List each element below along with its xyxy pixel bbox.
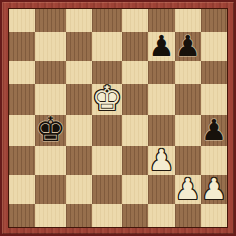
black-king-b4: ♚	[35, 112, 65, 146]
square-e4[interactable]	[122, 115, 148, 146]
square-c8[interactable]	[66, 9, 92, 32]
square-g6[interactable]	[175, 61, 201, 84]
square-d3[interactable]	[92, 146, 122, 175]
square-h5[interactable]	[201, 84, 227, 115]
square-h8[interactable]	[201, 9, 227, 32]
square-c1[interactable]	[66, 204, 92, 227]
square-e3[interactable]	[122, 146, 148, 175]
square-a3[interactable]	[9, 146, 35, 175]
square-e7[interactable]	[122, 32, 148, 61]
square-f7[interactable]: ♟	[148, 32, 174, 61]
square-b3[interactable]	[35, 146, 65, 175]
square-d5[interactable]: ♚	[92, 84, 122, 115]
square-e2[interactable]	[122, 175, 148, 204]
square-g1[interactable]	[175, 204, 201, 227]
square-d1[interactable]	[92, 204, 122, 227]
square-g2[interactable]: ♟	[175, 175, 201, 204]
square-b1[interactable]	[35, 204, 65, 227]
square-a4[interactable]	[9, 115, 35, 146]
square-a8[interactable]	[9, 9, 35, 32]
square-g5[interactable]	[175, 84, 201, 115]
square-b6[interactable]	[35, 61, 65, 84]
square-b7[interactable]	[35, 32, 65, 61]
square-a5[interactable]	[9, 84, 35, 115]
square-f8[interactable]	[148, 9, 174, 32]
square-c4[interactable]	[66, 115, 92, 146]
square-d8[interactable]	[92, 9, 122, 32]
chess-board: ♟♟♚♚♟♟♟♟	[8, 8, 228, 228]
square-f2[interactable]	[148, 175, 174, 204]
square-b2[interactable]	[35, 175, 65, 204]
square-h6[interactable]	[201, 61, 227, 84]
square-f6[interactable]	[148, 61, 174, 84]
square-d7[interactable]	[92, 32, 122, 61]
square-h7[interactable]	[201, 32, 227, 61]
white-pawn-h2: ♟	[201, 175, 227, 204]
black-pawn-f7: ♟	[149, 32, 175, 61]
white-king-d5: ♚	[92, 81, 122, 115]
square-f3[interactable]: ♟	[148, 146, 174, 175]
square-c2[interactable]	[66, 175, 92, 204]
square-g3[interactable]	[175, 146, 201, 175]
black-pawn-g7: ♟	[175, 32, 201, 61]
square-c7[interactable]	[66, 32, 92, 61]
square-a6[interactable]	[9, 61, 35, 84]
square-b4[interactable]: ♚	[35, 115, 65, 146]
white-pawn-f3: ♟	[149, 146, 175, 175]
square-a7[interactable]	[9, 32, 35, 61]
square-e6[interactable]	[122, 61, 148, 84]
square-d2[interactable]	[92, 175, 122, 204]
white-pawn-g2: ♟	[175, 175, 201, 204]
black-pawn-h4: ♟	[201, 116, 227, 145]
square-g8[interactable]	[175, 9, 201, 32]
square-f1[interactable]	[148, 204, 174, 227]
board-frame: ♟♟♚♚♟♟♟♟	[0, 0, 236, 236]
square-c3[interactable]	[66, 146, 92, 175]
square-b5[interactable]	[35, 84, 65, 115]
square-g7[interactable]: ♟	[175, 32, 201, 61]
square-f5[interactable]	[148, 84, 174, 115]
square-h2[interactable]: ♟	[201, 175, 227, 204]
square-h4[interactable]: ♟	[201, 115, 227, 146]
square-a2[interactable]	[9, 175, 35, 204]
square-e1[interactable]	[122, 204, 148, 227]
square-f4[interactable]	[148, 115, 174, 146]
square-e8[interactable]	[122, 9, 148, 32]
square-c6[interactable]	[66, 61, 92, 84]
square-g4[interactable]	[175, 115, 201, 146]
square-c5[interactable]	[66, 84, 92, 115]
square-h1[interactable]	[201, 204, 227, 227]
square-b8[interactable]	[35, 9, 65, 32]
square-a1[interactable]	[9, 204, 35, 227]
square-e5[interactable]	[122, 84, 148, 115]
square-d4[interactable]	[92, 115, 122, 146]
square-h3[interactable]	[201, 146, 227, 175]
square-d6[interactable]	[92, 61, 122, 84]
